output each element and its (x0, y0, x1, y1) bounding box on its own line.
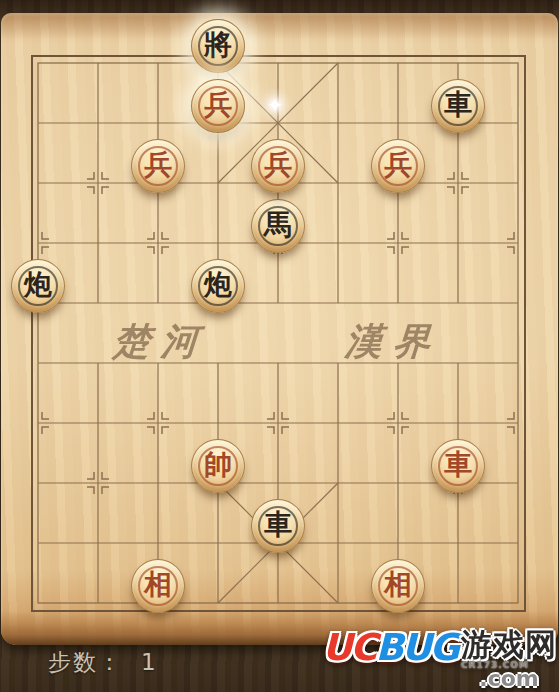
piece-red-soldier[interactable]: 兵 (191, 79, 245, 133)
piece-glyph: 兵 (144, 151, 172, 179)
move-counter-value: 1 (141, 649, 156, 675)
piece-glyph: 車 (444, 451, 472, 479)
piece-black-horse[interactable]: 馬 (251, 199, 305, 253)
piece-red-soldier[interactable]: 兵 (371, 139, 425, 193)
piece-red-general[interactable]: 帥 (191, 439, 245, 493)
game-screen: 楚河 漢界 將車馬炮炮車兵兵兵兵帥車相相 ✦ 步数： 1 UC BUG 游戏网 … (0, 0, 559, 692)
river-label-chu: 楚河 (111, 317, 210, 367)
move-counter: 步数： 1 (48, 646, 156, 678)
piece-red-elephant[interactable]: 相 (371, 559, 425, 613)
piece-red-soldier[interactable]: 兵 (131, 139, 185, 193)
piece-glyph: 帥 (204, 451, 232, 479)
piece-black-cannon[interactable]: 炮 (191, 259, 245, 313)
piece-glyph: 炮 (24, 271, 52, 299)
watermark-uc-text: UC (322, 629, 375, 666)
piece-glyph: 將 (204, 31, 232, 59)
piece-glyph: 車 (264, 511, 292, 539)
piece-black-cannon[interactable]: 炮 (11, 259, 65, 313)
piece-glyph: 相 (384, 571, 412, 599)
piece-glyph: 馬 (264, 211, 292, 239)
watermark-com-text: .com (479, 668, 538, 690)
piece-black-chariot[interactable]: 車 (251, 499, 305, 553)
piece-glyph: 相 (144, 571, 172, 599)
piece-red-soldier[interactable]: 兵 (251, 139, 305, 193)
watermark-site-text: 游戏网 (461, 629, 557, 660)
piece-glyph: 車 (444, 91, 472, 119)
piece-glyph: 兵 (384, 151, 412, 179)
move-counter-label: 步数： (48, 647, 123, 678)
piece-glyph: 炮 (204, 271, 232, 299)
watermark-bug-text: BUG (375, 629, 458, 666)
piece-black-general[interactable]: 將 (191, 19, 245, 73)
piece-glyph: 兵 (264, 151, 292, 179)
piece-glyph: 兵 (204, 91, 232, 119)
piece-red-chariot[interactable]: 車 (431, 439, 485, 493)
piece-red-elephant[interactable]: 相 (131, 559, 185, 613)
watermark-site-block: 游戏网 CR173.COM .com (461, 629, 557, 690)
watermark-logo: UC BUG 游戏网 CR173.COM .com (322, 629, 557, 690)
river-label-han: 漢界 (343, 317, 442, 367)
piece-black-chariot[interactable]: 車 (431, 79, 485, 133)
